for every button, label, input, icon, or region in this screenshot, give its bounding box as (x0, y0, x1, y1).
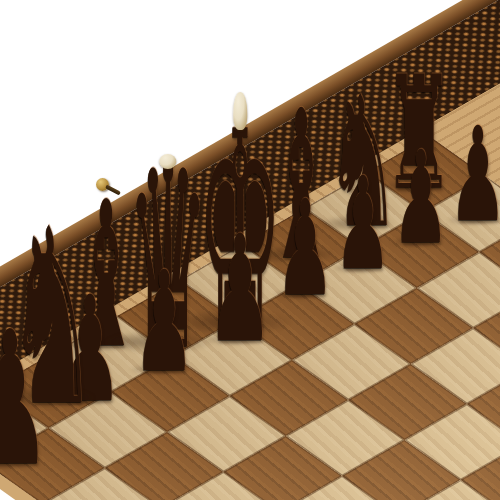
chess-set-photo: ♞♝♛♚♝♞♜♟♟♟♟♟♟♟♟ (0, 0, 500, 500)
brass-clasp-pin (105, 184, 121, 195)
